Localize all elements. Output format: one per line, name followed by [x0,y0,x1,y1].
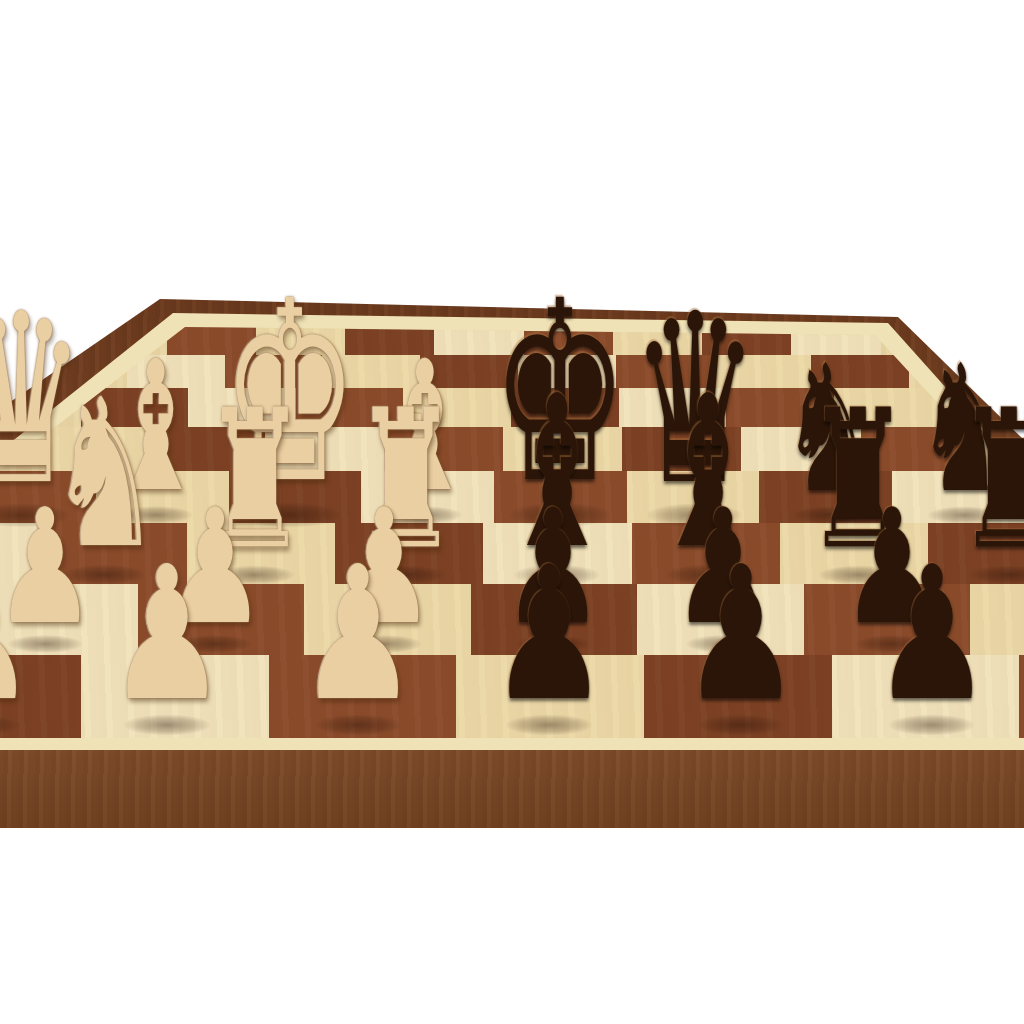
rank-row-3 [0,523,1024,585]
square-a3 [0,523,39,585]
square-c5 [265,427,384,473]
square-e3 [483,523,631,585]
square-h3 [928,523,1024,585]
square-g1 [832,655,1020,738]
chess-board [0,0,1024,1024]
square-g5 [741,427,860,473]
square-e2 [471,584,637,656]
square-g2 [804,584,970,656]
rank-row-5 [27,427,980,473]
square-b7 [225,355,323,389]
square-c1 [81,655,269,738]
square-c8 [345,327,434,356]
square-h2 [970,584,1024,656]
square-b8 [256,327,345,356]
square-d1 [269,655,457,738]
square-d8 [434,327,523,356]
square-f2 [637,584,803,656]
square-h7 [811,355,909,389]
square-g7 [713,355,811,389]
rank-row-4 [0,471,1024,524]
square-c6 [296,388,404,427]
square-h4 [892,471,1024,524]
square-d6 [403,388,511,427]
square-e1 [456,655,644,738]
square-f3 [632,523,780,585]
square-f7 [616,355,714,389]
square-b1 [0,655,81,738]
square-d7 [420,355,518,389]
square-c4 [229,471,362,524]
square-b3 [39,523,187,585]
square-a8 [167,327,256,356]
rank-row-2 [0,584,1024,656]
rank-row-1 [0,655,1024,738]
square-h6 [834,388,942,427]
rank-row-7 [127,355,909,389]
product-photo-scene: ♛♝♚♝♚♛♞♞♞♞♜♜♝♝♜♜♟♟♟♟♟♟♟♟♟♟♟♟♟♟♟♟ [0,0,1024,1024]
square-a4 [0,471,96,524]
square-f5 [622,427,741,473]
square-b6 [188,388,296,427]
square-e4 [494,471,627,524]
square-e7 [518,355,616,389]
square-d2 [304,584,470,656]
square-f1 [644,655,832,738]
square-b4 [96,471,229,524]
square-h5 [861,427,980,473]
square-c3 [187,523,335,585]
square-c2 [138,584,304,656]
square-c7 [322,355,420,389]
rank-row-6 [81,388,942,427]
square-d4 [361,471,494,524]
square-h1 [1019,655,1024,738]
square-b2 [0,584,138,656]
square-d3 [335,523,483,585]
square-g4 [759,471,892,524]
square-f4 [627,471,760,524]
square-f6 [619,388,727,427]
square-b5 [146,427,265,473]
square-e5 [503,427,622,473]
square-g3 [780,523,928,585]
square-e6 [511,388,619,427]
square-g6 [726,388,834,427]
square-d5 [384,427,503,473]
